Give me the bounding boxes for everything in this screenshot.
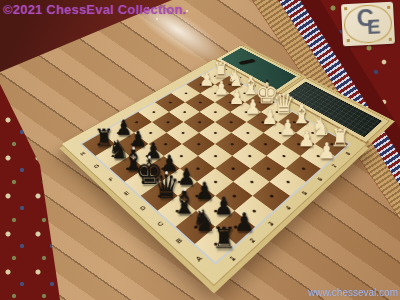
website-watermark: www.chesseval.com: [308, 287, 398, 298]
paint-speck: [156, 18, 158, 20]
logo-letter-e: E: [367, 15, 382, 39]
logo-corner-ornaments: [344, 7, 347, 10]
copyright-watermark: ©2021 ChessEval Collection.: [3, 2, 186, 17]
piece-in-storage: [239, 59, 256, 65]
square: [231, 122, 263, 144]
chesseval-logo: C E: [341, 2, 395, 47]
